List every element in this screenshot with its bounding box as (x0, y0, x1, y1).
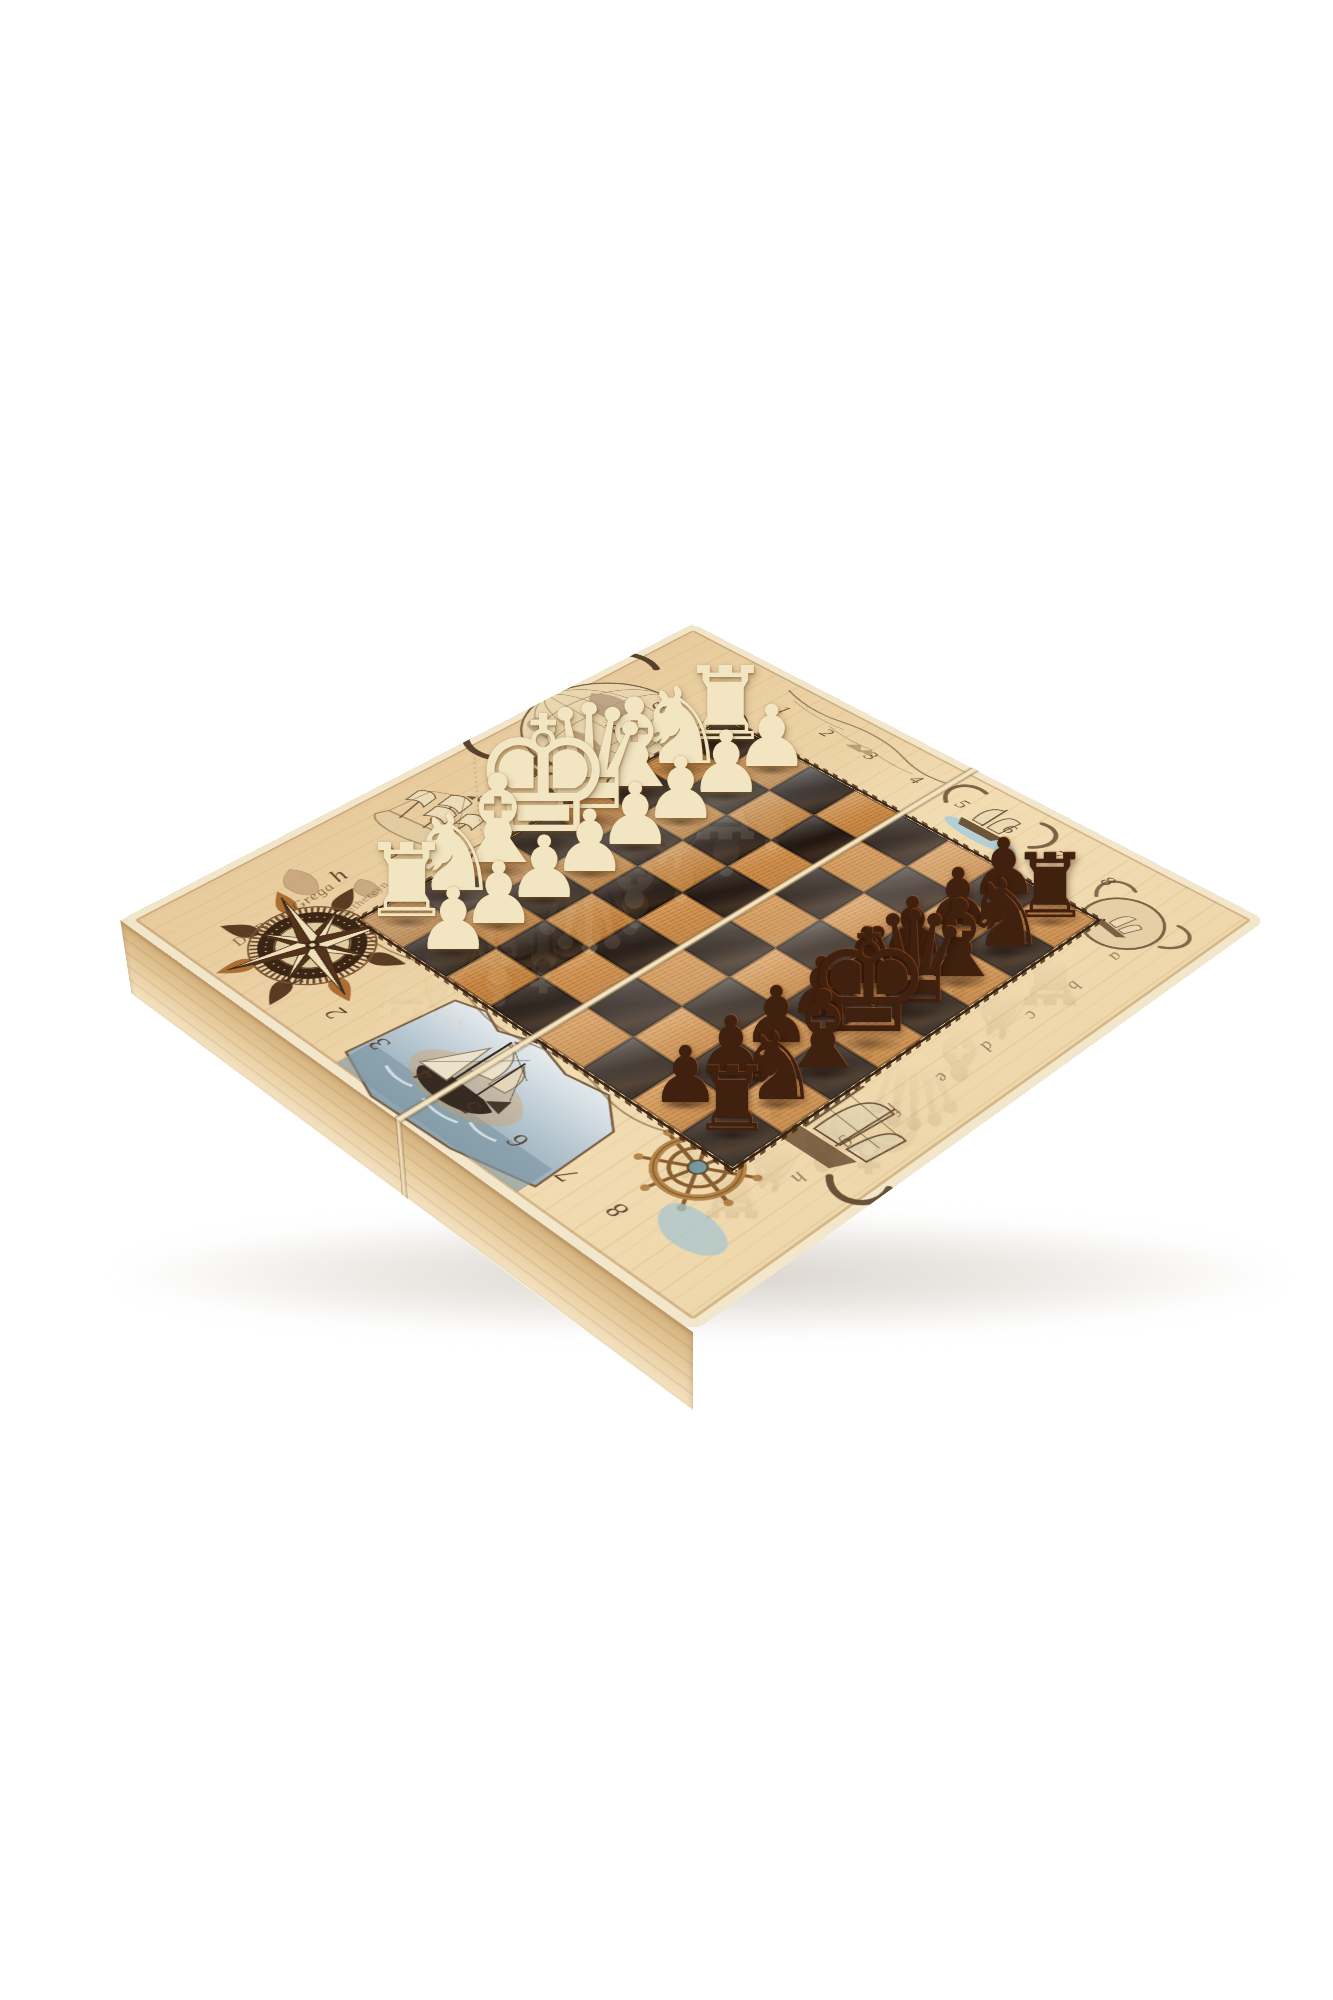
rank-label-front-2: 2 (318, 1002, 353, 1023)
rank-label-front-1: 1 (275, 973, 310, 994)
rank-label-front-6: 6 (499, 1129, 536, 1153)
rank-label-front-3: 3 (361, 1033, 397, 1055)
piece-white-pawn-h2[interactable]: ♟ (415, 877, 492, 963)
rank-label-far-2: 2 (815, 726, 839, 739)
face-fold-seam (395, 1118, 408, 1199)
rank-label-front-8: 8 (598, 1198, 635, 1223)
rank-label-front-5: 5 (452, 1096, 488, 1119)
rank-label-far-5: 5 (950, 797, 974, 811)
map-label-script: De Boca Grega (227, 881, 340, 949)
file-label-far-a: a (1103, 948, 1131, 964)
rank-label-far-8: 8 (1095, 874, 1120, 889)
rank-label-far-4: 4 (904, 773, 928, 787)
piece-reflection: ♜ (692, 1139, 772, 1228)
rank-label-front-7: 7 (548, 1163, 585, 1188)
square-e5[interactable] (682, 920, 775, 977)
piece-black-rook-h8[interactable]: ♜ (692, 1055, 772, 1144)
square-h5[interactable] (536, 1006, 633, 1068)
rank-label-far-3: 3 (859, 749, 883, 763)
piece-reflection: ♟ (415, 956, 492, 1042)
rank-label-front-4: 4 (406, 1064, 442, 1087)
file-label-front-h: h (322, 865, 355, 885)
